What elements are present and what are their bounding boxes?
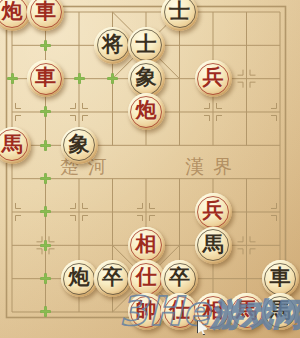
piece-red-soldier[interactable]: 兵 [195, 60, 232, 97]
piece-black-horse[interactable]: 馬 [262, 293, 299, 330]
piece-black-horse[interactable]: 馬 [195, 227, 232, 264]
move-hint-dot[interactable] [40, 40, 51, 51]
piece-character: 将 [102, 34, 123, 55]
piece-character: 卒 [102, 267, 123, 288]
piece-character: 炮 [69, 267, 90, 288]
piece-character: 士 [136, 34, 157, 55]
piece-red-cannon[interactable]: 炮 [128, 93, 165, 130]
piece-black-elephant[interactable]: 象 [128, 60, 165, 97]
move-hint-dot[interactable] [107, 73, 118, 84]
piece-black-soldier[interactable]: 卒 [161, 260, 198, 297]
piece-character: 車 [35, 1, 56, 22]
piece-character: 炮 [2, 1, 23, 22]
piece-character: 象 [69, 134, 90, 155]
piece-character: 馬 [2, 134, 23, 155]
piece-character: 兵 [203, 200, 224, 221]
move-hint-dot[interactable] [40, 173, 51, 184]
move-hint-dot[interactable] [40, 240, 51, 251]
piece-red-elephant[interactable]: 相 [128, 227, 165, 264]
move-hint-dot[interactable] [40, 306, 51, 317]
piece-black-cannon[interactable]: 炮 [61, 260, 98, 297]
piece-black-king[interactable]: 将 [94, 27, 131, 64]
piece-black-elephant[interactable]: 象 [61, 127, 98, 164]
piece-red-king[interactable]: 帥 [128, 293, 165, 330]
move-hint-dot[interactable] [7, 73, 18, 84]
piece-red-soldier[interactable]: 兵 [195, 193, 232, 230]
piece-character: 車 [35, 67, 56, 88]
piece-character: 車 [270, 267, 291, 288]
piece-character: 仕 [136, 267, 157, 288]
piece-character: 相 [136, 234, 157, 255]
piece-character: 卒 [169, 267, 190, 288]
piece-character: 兵 [203, 67, 224, 88]
move-hint-dot[interactable] [40, 206, 51, 217]
piece-character: 帥 [136, 300, 157, 321]
piece-black-soldier[interactable]: 卒 [94, 260, 131, 297]
piece-character: 士 [169, 1, 190, 22]
piece-character: 仕 [169, 300, 190, 321]
piece-red-advisor[interactable]: 仕 [128, 260, 165, 297]
piece-character: 象 [136, 67, 157, 88]
piece-character: 相 [203, 300, 224, 321]
move-hint-dot[interactable] [40, 140, 51, 151]
xiangqi-app-screen: 楚河 漢界 炮車士将士車象兵炮馬象兵相馬炮卒仕卒車帥仕相馬馬 3He游戏网 [0, 0, 300, 338]
move-hint-dot[interactable] [40, 106, 51, 117]
piece-character: 馬 [270, 300, 291, 321]
piece-black-chariot[interactable]: 車 [262, 260, 299, 297]
river-label-right: 漢界 [185, 153, 241, 179]
piece-red-chariot[interactable]: 車 [27, 60, 64, 97]
move-hint-dot[interactable] [40, 273, 51, 284]
piece-character: 炮 [136, 100, 157, 121]
piece-black-advisor[interactable]: 士 [128, 27, 165, 64]
piece-character: 馬 [236, 300, 257, 321]
move-hint-dot[interactable] [74, 73, 85, 84]
piece-character: 馬 [203, 234, 224, 255]
